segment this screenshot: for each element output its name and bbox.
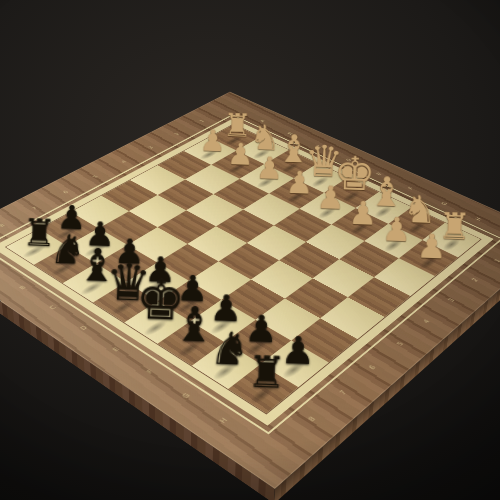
coordinate-label: 1 [488, 254, 500, 267]
scene: ♜︎♟︎♟︎♜︎♞︎♟︎♟︎♞︎♝︎♟︎♟︎♝︎♛︎♟︎♟︎♛︎♚︎♟︎♟︎♚︎… [0, 0, 500, 500]
coordinate-label: A [0, 262, 6, 276]
coordinate-label: 8 [300, 410, 325, 429]
coordinate-label: 5 [85, 171, 105, 182]
coordinate-label: 3 [142, 143, 161, 153]
coordinate-label: H [211, 411, 237, 430]
coordinate-label: B [11, 281, 35, 295]
coordinate-label: 4 [114, 157, 133, 167]
coordinate-label: D [72, 320, 96, 336]
board-surface: ♜︎♟︎♟︎♜︎♞︎♟︎♟︎♞︎♝︎♟︎♟︎♝︎♛︎♟︎♟︎♛︎♚︎♟︎♟︎♚︎… [0, 92, 500, 489]
square-e4[interactable] [247, 225, 306, 260]
coordinate-label: 2 [465, 273, 485, 287]
coordinate-label: 4 [416, 314, 437, 329]
coordinate-label: F [138, 364, 163, 381]
coordinate-label: G [173, 387, 198, 405]
chessboard: ♜︎♟︎♟︎♜︎♞︎♟︎♟︎♞︎♝︎♟︎♟︎♝︎♛︎♟︎♟︎♛︎♚︎♟︎♟︎♚︎… [14, 10, 479, 475]
coordinate-label: 7 [331, 384, 355, 402]
coordinate-label: 3 [441, 293, 462, 307]
square-f3[interactable] [306, 225, 365, 260]
coordinate-label: C [41, 300, 65, 315]
coordinate-label: E [104, 341, 129, 357]
coordinate-label: 6 [361, 359, 384, 376]
coordinate-label: 5 [389, 336, 411, 352]
black-rook-icon: ♜︎ [226, 349, 308, 396]
coordinate-label: 6 [55, 187, 76, 198]
